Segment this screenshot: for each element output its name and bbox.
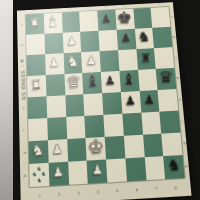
- square-b8[interactable]: [152, 27, 172, 48]
- coord-top-5: 5: [105, 6, 107, 9]
- square-a5[interactable]: ♟: [97, 10, 116, 31]
- four-knights-emblem-icon: ♞♞♞♞: [29, 163, 49, 187]
- coord-bottom-8: 8: [174, 185, 177, 189]
- square-a4[interactable]: [79, 11, 98, 32]
- square-f5[interactable]: [103, 114, 123, 137]
- piece-wP-c4[interactable]: ♟: [85, 55, 97, 68]
- piece-wQ-d3[interactable]: ♛: [65, 74, 81, 92]
- piece-bB-d6[interactable]: ♝: [122, 72, 137, 88]
- background-wall: [0, 0, 13, 200]
- photo-scene: ◉ US CHESS ♜♝♟♚♟♟♞♟♞♟♜♜♛♝♟♝♛♟♟♞♟♚♞♞♞♞♟♟♞…: [0, 0, 200, 200]
- coord-left-c: c: [20, 65, 24, 67]
- square-h5[interactable]: [106, 158, 127, 182]
- square-g3[interactable]: [67, 138, 87, 162]
- square-e2[interactable]: [46, 95, 66, 118]
- coord-top-3: 3: [69, 8, 71, 11]
- square-b5[interactable]: [98, 30, 117, 51]
- piece-wP-g2[interactable]: ♟: [51, 143, 64, 157]
- piece-bP-e6[interactable]: ♟: [125, 95, 137, 108]
- coord-bottom-6: 6: [136, 188, 139, 192]
- coord-bottom-1: 1: [38, 193, 41, 197]
- square-c7[interactable]: ♜: [136, 48, 156, 70]
- piece-bQ-d8[interactable]: ♛: [158, 69, 173, 86]
- coord-right-b: b: [172, 36, 176, 39]
- coord-left-f: f: [22, 130, 26, 132]
- square-g2[interactable]: ♟: [48, 139, 68, 163]
- piece-bP-d5[interactable]: ♟: [105, 75, 117, 88]
- square-h6[interactable]: [125, 157, 146, 181]
- square-e8[interactable]: [158, 89, 179, 112]
- coord-left-b: b: [20, 44, 24, 47]
- coord-right-g: g: [182, 142, 186, 145]
- square-c2[interactable]: ♟: [45, 53, 64, 75]
- square-h4[interactable]: ♟: [87, 159, 108, 183]
- piece-wP-b3[interactable]: ♟: [66, 35, 78, 47]
- chess-board: ♜♝♟♚♟♟♞♟♞♟♜♜♛♝♟♝♛♟♟♞♟♚♞♞♞♞♟♟♞: [26, 7, 185, 187]
- square-e1[interactable]: [28, 96, 47, 119]
- square-b7[interactable]: ♞: [134, 28, 154, 49]
- piece-wP-h4[interactable]: ♟: [91, 163, 103, 177]
- square-d6[interactable]: ♝: [119, 70, 139, 92]
- piece-wR-a1[interactable]: ♜: [29, 16, 41, 29]
- piece-bN-h8[interactable]: ♞: [167, 158, 181, 174]
- coord-right-d: d: [176, 77, 180, 80]
- piece-wR-d1[interactable]: ♜: [30, 78, 43, 92]
- square-a2[interactable]: ♝: [44, 13, 63, 34]
- coord-top-4: 4: [87, 7, 89, 10]
- coord-right-c: c: [174, 56, 178, 58]
- coord-bottom-2: 2: [58, 192, 61, 196]
- square-b1[interactable]: [26, 34, 45, 55]
- square-g8[interactable]: [161, 133, 182, 157]
- square-d1[interactable]: ♜: [27, 75, 46, 97]
- piece-bB-d4[interactable]: ♝: [85, 73, 100, 89]
- square-f7[interactable]: [141, 112, 162, 135]
- coord-left-h: h: [23, 174, 27, 177]
- coord-left-e: e: [21, 107, 25, 110]
- square-f2[interactable]: [47, 117, 67, 140]
- square-g4[interactable]: ♚: [86, 137, 106, 161]
- square-b6[interactable]: ♟: [116, 29, 136, 50]
- piece-bP-b6[interactable]: ♟: [120, 32, 131, 44]
- square-d2[interactable]: [46, 74, 65, 96]
- square-g5[interactable]: [105, 136, 125, 160]
- square-g1[interactable]: ♞: [29, 140, 49, 164]
- square-e6[interactable]: ♟: [121, 91, 141, 114]
- piece-bP-a5[interactable]: ♟: [101, 13, 112, 25]
- square-c1[interactable]: [27, 54, 46, 76]
- square-b3[interactable]: ♟: [62, 32, 81, 53]
- square-d5[interactable]: ♟: [101, 71, 121, 93]
- square-h3[interactable]: [68, 161, 88, 185]
- coord-top-7: 7: [140, 4, 142, 7]
- coord-right-a: a: [170, 15, 174, 17]
- piece-wN-c3[interactable]: ♞: [66, 54, 80, 69]
- square-e3[interactable]: [65, 94, 85, 117]
- square-c8[interactable]: [154, 47, 174, 69]
- square-a8[interactable]: [151, 7, 171, 28]
- square-d8[interactable]: ♛: [156, 68, 176, 90]
- square-e7[interactable]: ♟: [139, 90, 159, 113]
- square-h1[interactable]: ♞♞♞♞: [29, 163, 49, 187]
- square-b2[interactable]: [44, 33, 63, 54]
- piece-wN-g1[interactable]: ♞: [31, 142, 46, 159]
- piece-wP-h2[interactable]: ♟: [52, 165, 65, 179]
- square-d7[interactable]: [138, 69, 158, 91]
- coord-top-8: 8: [158, 3, 160, 6]
- piece-wK-g4[interactable]: ♚: [87, 137, 105, 157]
- square-c5[interactable]: [100, 50, 120, 72]
- square-a7[interactable]: [133, 8, 153, 29]
- square-e5[interactable]: [102, 92, 122, 115]
- square-a6[interactable]: ♚: [115, 9, 134, 30]
- square-e4[interactable]: [83, 93, 103, 116]
- piece-wB-a2[interactable]: ♝: [45, 14, 60, 30]
- square-c4[interactable]: ♟: [81, 51, 100, 73]
- square-f3[interactable]: [66, 116, 86, 139]
- square-d3[interactable]: ♛: [64, 73, 83, 95]
- square-h8[interactable]: ♞: [163, 155, 184, 179]
- coord-left-d: d: [21, 86, 25, 89]
- us-chess-logo-icon: ◉: [20, 58, 24, 63]
- coord-right-h: h: [184, 165, 188, 168]
- piece-bN-b7[interactable]: ♞: [137, 30, 150, 44]
- piece-wP-c2[interactable]: ♟: [48, 56, 60, 69]
- square-f1[interactable]: [28, 118, 48, 141]
- square-g6[interactable]: [124, 135, 145, 159]
- square-b4[interactable]: [80, 31, 99, 52]
- square-g7[interactable]: [143, 134, 164, 158]
- square-d4[interactable]: ♝: [82, 72, 102, 94]
- square-h7[interactable]: [144, 156, 165, 180]
- chess-mat: ◉ US CHESS ♜♝♟♚♟♟♞♟♞♟♜♜♛♝♟♝♛♟♟♞♟♚♞♞♞♞♟♟♞…: [17, 2, 192, 200]
- square-a3[interactable]: [61, 12, 80, 33]
- square-h2[interactable]: ♟: [48, 162, 68, 186]
- piece-bK-a6[interactable]: ♚: [117, 9, 133, 26]
- coord-right-f: f: [180, 121, 184, 123]
- coord-left-a: a: [20, 24, 24, 26]
- square-a1[interactable]: ♜: [26, 14, 45, 35]
- coord-bottom-5: 5: [116, 189, 119, 193]
- coord-top-1: 1: [33, 10, 35, 13]
- coord-bottom-4: 4: [97, 190, 100, 194]
- coord-right-e: e: [178, 98, 182, 101]
- square-f6[interactable]: [122, 113, 142, 136]
- square-f8[interactable]: [160, 111, 181, 134]
- coord-bottom-7: 7: [155, 186, 158, 190]
- square-c6[interactable]: [118, 49, 138, 71]
- piece-bP-e7[interactable]: ♟: [143, 94, 155, 106]
- coord-bottom-3: 3: [77, 191, 80, 195]
- piece-bR-c7[interactable]: ♜: [140, 52, 152, 64]
- coord-left-g: g: [22, 151, 26, 154]
